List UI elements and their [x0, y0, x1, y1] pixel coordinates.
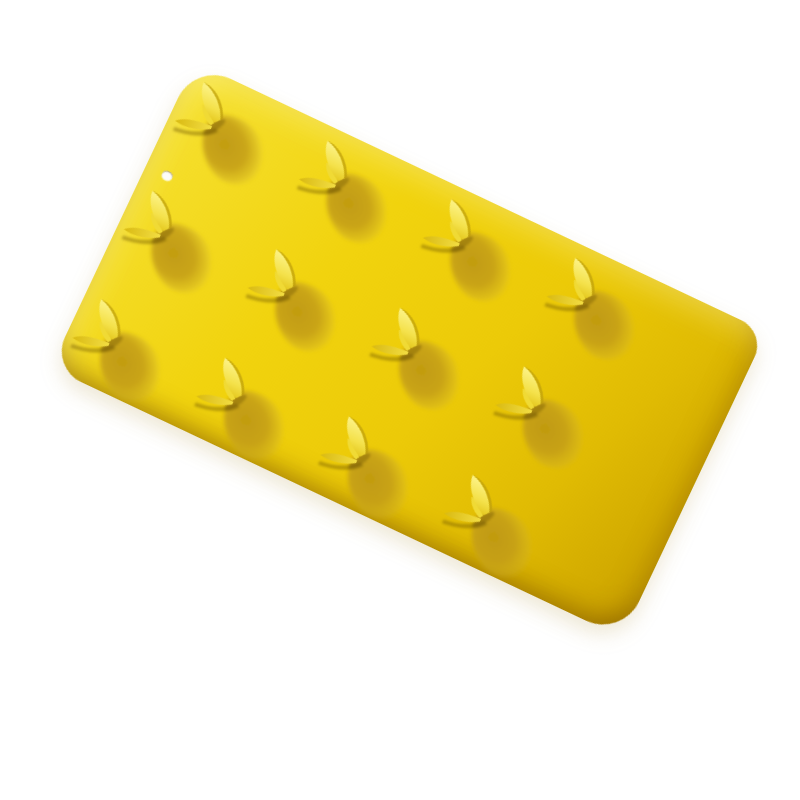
silicone-mold-tray	[51, 62, 767, 638]
product-photo	[0, 0, 800, 800]
cavity-grid	[67, 51, 682, 538]
